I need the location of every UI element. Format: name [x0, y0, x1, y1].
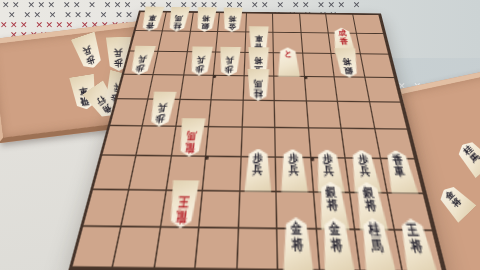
board-square[interactable]: 王将 [394, 230, 443, 270]
board-square[interactable]: 桂馬 [244, 76, 276, 101]
board-square[interactable] [275, 101, 309, 129]
board-square[interactable]: 歩兵 [276, 158, 313, 192]
board-square[interactable] [154, 52, 188, 75]
captured-piece[interactable]: 歩兵 [70, 31, 106, 72]
board-square[interactable] [305, 77, 338, 102]
board-square[interactable] [361, 55, 396, 78]
captured-piece[interactable]: 桂馬 [453, 136, 480, 179]
hoshi-point [303, 76, 307, 79]
board-square[interactable] [122, 190, 167, 228]
shogi-photo-scene: ✕✕ ✕✕✕ ✕✕ ✕ ✕✕✕ ✕✕ ✕ ✕✕✕✕ ✕✕ ✕✕ ✕ ✕✕ ✕✕✕… [0, 0, 480, 270]
board-square[interactable] [159, 32, 191, 53]
board-square[interactable] [130, 157, 172, 191]
board-square[interactable] [273, 14, 301, 33]
board-square[interactable] [212, 76, 244, 101]
shogi-piece[interactable]: 金将 [221, 8, 243, 33]
board-square[interactable] [239, 191, 278, 229]
board-square[interactable] [275, 76, 307, 101]
shogi-piece[interactable]: 香車 [138, 7, 164, 32]
board-square[interactable] [307, 101, 342, 129]
board-square[interactable]: 銀将 [191, 13, 220, 32]
board-square[interactable] [301, 33, 331, 54]
board-square[interactable]: 香車 [381, 160, 424, 194]
board-square[interactable]: 龍王 [161, 190, 203, 228]
board-square[interactable]: 金将 [317, 229, 362, 270]
shogi-piece[interactable]: 歩兵 [217, 46, 241, 75]
board-square[interactable]: 歩兵 [240, 158, 277, 192]
board-square[interactable]: 銀将 [332, 54, 365, 77]
board-square[interactable] [155, 227, 200, 269]
board-square[interactable] [180, 75, 214, 100]
board-square[interactable] [237, 228, 278, 270]
board-square[interactable] [300, 14, 329, 33]
shogi-piece[interactable]: 桂馬 [247, 69, 271, 101]
board-square[interactable]: と [274, 54, 305, 77]
board-square[interactable] [365, 77, 401, 102]
board-square[interactable] [196, 228, 239, 270]
board-square[interactable]: 金将 [278, 229, 320, 270]
board-square[interactable] [370, 102, 408, 130]
board-square[interactable]: 香車 [135, 12, 167, 31]
board-square[interactable]: 歩兵 [184, 53, 216, 76]
shogi-board-stage: 香車桂馬銀将金将香車成香歩兵歩兵歩兵玉将と銀将桂馬歩兵龍馬歩兵歩兵歩兵歩兵香車龍… [139, 12, 377, 270]
board-square[interactable]: 歩兵 [143, 99, 180, 127]
board-square[interactable]: 龍馬 [172, 127, 210, 157]
board-square[interactable]: 歩兵 [214, 53, 245, 76]
board-square[interactable] [200, 191, 240, 229]
board-square[interactable] [357, 34, 390, 55]
shogi-piece[interactable]: 銀将 [194, 7, 217, 32]
captured-piece[interactable]: 金将 [434, 181, 476, 224]
board-square[interactable] [203, 157, 241, 191]
board-square[interactable] [209, 100, 243, 128]
shogi-piece[interactable]: 桂馬 [166, 7, 191, 32]
board-square[interactable] [303, 54, 335, 77]
board-square[interactable] [335, 77, 370, 102]
board-square[interactable] [353, 15, 384, 34]
board-square[interactable] [207, 127, 243, 157]
board-square[interactable]: 金将 [218, 13, 246, 32]
board-square[interactable]: 歩兵 [124, 52, 159, 75]
board-square[interactable] [137, 127, 176, 157]
board-square[interactable] [243, 101, 276, 129]
board-square[interactable]: 桂馬 [163, 13, 194, 32]
board-square[interactable] [113, 227, 161, 269]
